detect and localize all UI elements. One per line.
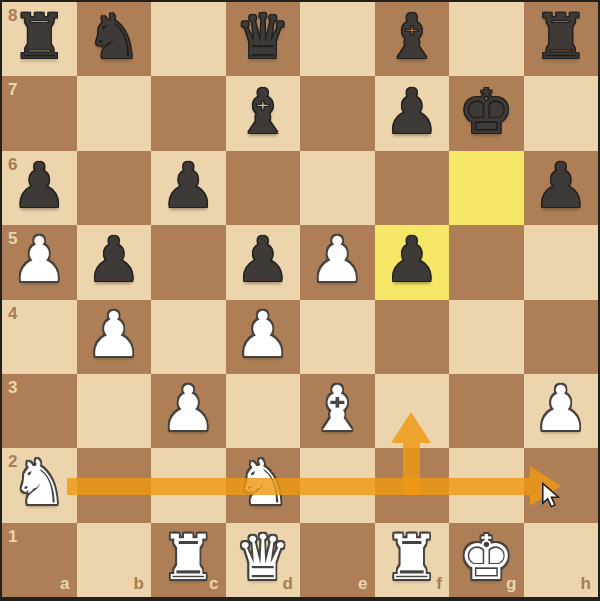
black-bishop-piece[interactable]: ♝	[235, 81, 291, 143]
square-a5[interactable]: 5♟	[2, 225, 77, 299]
white-bishop-piece[interactable]: ♝	[309, 378, 365, 440]
black-rook-piece[interactable]: ♜	[533, 6, 589, 68]
square-g2[interactable]	[449, 448, 524, 522]
black-knight-piece[interactable]: ♞	[86, 6, 142, 68]
square-c6[interactable]: ♟	[151, 151, 226, 225]
square-e4[interactable]	[300, 300, 375, 374]
square-b7[interactable]	[77, 76, 152, 150]
square-d5[interactable]: ♟	[226, 225, 301, 299]
square-c4[interactable]	[151, 300, 226, 374]
square-h2[interactable]	[524, 448, 599, 522]
black-pawn-piece[interactable]: ♟	[86, 229, 142, 291]
white-king-piece[interactable]: ♚	[458, 527, 514, 589]
square-d1[interactable]: d♛	[226, 523, 301, 597]
file-label-a: a	[60, 575, 69, 592]
white-knight-piece[interactable]: ♞	[235, 452, 291, 514]
square-d2[interactable]: ♞	[226, 448, 301, 522]
square-c1[interactable]: c♜	[151, 523, 226, 597]
white-rook-piece[interactable]: ♜	[384, 527, 440, 589]
square-d3[interactable]	[226, 374, 301, 448]
square-h6[interactable]: ♟	[524, 151, 599, 225]
square-h5[interactable]	[524, 225, 599, 299]
square-a3[interactable]: 3	[2, 374, 77, 448]
white-pawn-piece[interactable]: ♟	[11, 229, 67, 291]
square-h4[interactable]	[524, 300, 599, 374]
square-f6[interactable]	[375, 151, 450, 225]
black-pawn-piece[interactable]: ♟	[235, 229, 291, 291]
black-rook-piece[interactable]: ♜	[11, 6, 67, 68]
square-c7[interactable]	[151, 76, 226, 150]
white-pawn-piece[interactable]: ♟	[160, 378, 216, 440]
square-b5[interactable]: ♟	[77, 225, 152, 299]
square-b8[interactable]: ♞	[77, 2, 152, 76]
square-d4[interactable]: ♟	[226, 300, 301, 374]
black-bishop-piece[interactable]: ♝	[384, 6, 440, 68]
rank-label-3: 3	[8, 379, 17, 396]
white-pawn-piece[interactable]: ♟	[235, 304, 291, 366]
square-g7[interactable]: ♚	[449, 76, 524, 150]
square-b1[interactable]: b	[77, 523, 152, 597]
black-pawn-piece[interactable]: ♟	[533, 155, 589, 217]
black-pawn-piece[interactable]: ♟	[384, 229, 440, 291]
square-b6[interactable]	[77, 151, 152, 225]
square-d7[interactable]: ♝	[226, 76, 301, 150]
file-label-b: b	[134, 575, 144, 592]
chess-app-window: 8♜♞♛♝♜7♝♟♚6♟♟♟5♟♟♟♟♟4♟♟3♟♝♟2♞♞1abc♜d♛ef♜…	[0, 0, 600, 601]
square-g1[interactable]: g♚	[449, 523, 524, 597]
square-f7[interactable]: ♟	[375, 76, 450, 150]
rank-label-7: 7	[8, 81, 17, 98]
square-c5[interactable]	[151, 225, 226, 299]
square-e8[interactable]	[300, 2, 375, 76]
square-e2[interactable]	[300, 448, 375, 522]
chess-board[interactable]: 8♜♞♛♝♜7♝♟♚6♟♟♟5♟♟♟♟♟4♟♟3♟♝♟2♞♞1abc♜d♛ef♜…	[2, 2, 598, 597]
rank-label-1: 1	[8, 528, 17, 545]
white-knight-piece[interactable]: ♞	[11, 452, 67, 514]
square-b3[interactable]	[77, 374, 152, 448]
square-h3[interactable]: ♟	[524, 374, 599, 448]
black-queen-piece[interactable]: ♛	[235, 6, 291, 68]
white-queen-piece[interactable]: ♛	[235, 527, 291, 589]
black-pawn-piece[interactable]: ♟	[160, 155, 216, 217]
square-e7[interactable]	[300, 76, 375, 150]
black-pawn-piece[interactable]: ♟	[11, 155, 67, 217]
square-f1[interactable]: f♜	[375, 523, 450, 597]
file-label-h: h	[581, 575, 591, 592]
square-b2[interactable]	[77, 448, 152, 522]
square-e6[interactable]	[300, 151, 375, 225]
square-e3[interactable]: ♝	[300, 374, 375, 448]
square-e1[interactable]: e	[300, 523, 375, 597]
white-pawn-piece[interactable]: ♟	[86, 304, 142, 366]
square-h7[interactable]	[524, 76, 599, 150]
square-a1[interactable]: 1a	[2, 523, 77, 597]
square-f3[interactable]	[375, 374, 450, 448]
white-pawn-piece[interactable]: ♟	[309, 229, 365, 291]
black-pawn-piece[interactable]: ♟	[384, 81, 440, 143]
square-g5[interactable]	[449, 225, 524, 299]
square-g4[interactable]	[449, 300, 524, 374]
square-g8[interactable]	[449, 2, 524, 76]
square-a2[interactable]: 2♞	[2, 448, 77, 522]
square-a8[interactable]: 8♜	[2, 2, 77, 76]
square-c2[interactable]	[151, 448, 226, 522]
black-king-piece[interactable]: ♚	[458, 81, 514, 143]
square-b4[interactable]: ♟	[77, 300, 152, 374]
white-pawn-piece[interactable]: ♟	[533, 378, 589, 440]
square-a6[interactable]: 6♟	[2, 151, 77, 225]
square-g3[interactable]	[449, 374, 524, 448]
square-f4[interactable]	[375, 300, 450, 374]
file-label-e: e	[358, 575, 367, 592]
square-f8[interactable]: ♝	[375, 2, 450, 76]
square-h1[interactable]: h	[524, 523, 599, 597]
square-h8[interactable]: ♜	[524, 2, 599, 76]
square-g6[interactable]	[449, 151, 524, 225]
square-f5[interactable]: ♟	[375, 225, 450, 299]
square-c8[interactable]	[151, 2, 226, 76]
square-d6[interactable]	[226, 151, 301, 225]
white-rook-piece[interactable]: ♜	[160, 527, 216, 589]
square-f2[interactable]	[375, 448, 450, 522]
square-c3[interactable]: ♟	[151, 374, 226, 448]
square-a4[interactable]: 4	[2, 300, 77, 374]
square-e5[interactable]: ♟	[300, 225, 375, 299]
rank-label-4: 4	[8, 305, 17, 322]
square-a7[interactable]: 7	[2, 76, 77, 150]
square-d8[interactable]: ♛	[226, 2, 301, 76]
